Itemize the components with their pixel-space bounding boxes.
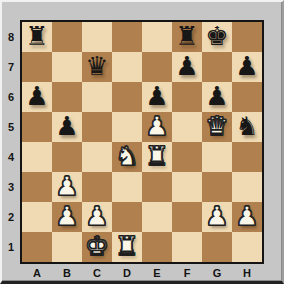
square-f4[interactable] xyxy=(172,142,202,172)
square-b7[interactable] xyxy=(52,52,82,82)
square-f2[interactable] xyxy=(172,202,202,232)
piece-black-pawn[interactable]: ♟ xyxy=(52,112,82,142)
square-c7[interactable]: ♛ xyxy=(82,52,112,82)
square-d6[interactable] xyxy=(112,82,142,112)
square-e5[interactable]: ♟ xyxy=(142,112,172,142)
file-label-b: B xyxy=(52,266,82,282)
rank-label-5: 5 xyxy=(2,112,20,142)
square-a8[interactable]: ♜ xyxy=(22,22,52,52)
square-h7[interactable]: ♟ xyxy=(232,52,262,82)
square-d5[interactable] xyxy=(112,112,142,142)
rank-label-3: 3 xyxy=(2,172,20,202)
piece-black-pawn[interactable]: ♟ xyxy=(22,82,52,112)
square-g4[interactable] xyxy=(202,142,232,172)
square-f1[interactable] xyxy=(172,232,202,262)
file-label-d: D xyxy=(112,266,142,282)
piece-black-queen[interactable]: ♛ xyxy=(82,52,112,82)
square-h4[interactable] xyxy=(232,142,262,172)
square-g1[interactable] xyxy=(202,232,232,262)
square-g2[interactable]: ♟ xyxy=(202,202,232,232)
piece-black-rook[interactable]: ♜ xyxy=(22,22,52,52)
square-g8[interactable]: ♚ xyxy=(202,22,232,52)
file-label-a: A xyxy=(22,266,52,282)
square-c3[interactable] xyxy=(82,172,112,202)
square-e3[interactable] xyxy=(142,172,172,202)
square-f3[interactable] xyxy=(172,172,202,202)
square-a7[interactable] xyxy=(22,52,52,82)
piece-black-pawn[interactable]: ♟ xyxy=(202,82,232,112)
square-b1[interactable] xyxy=(52,232,82,262)
square-d3[interactable] xyxy=(112,172,142,202)
square-a6[interactable]: ♟ xyxy=(22,82,52,112)
piece-black-pawn[interactable]: ♟ xyxy=(142,82,172,112)
square-h2[interactable]: ♟ xyxy=(232,202,262,232)
square-d1[interactable]: ♜ xyxy=(112,232,142,262)
square-a1[interactable] xyxy=(22,232,52,262)
piece-white-pawn[interactable]: ♟ xyxy=(142,112,172,142)
square-h3[interactable] xyxy=(232,172,262,202)
square-h6[interactable] xyxy=(232,82,262,112)
file-label-f: F xyxy=(172,266,202,282)
piece-black-pawn[interactable]: ♟ xyxy=(172,52,202,82)
square-g3[interactable] xyxy=(202,172,232,202)
square-c6[interactable] xyxy=(82,82,112,112)
square-a2[interactable] xyxy=(22,202,52,232)
piece-white-pawn[interactable]: ♟ xyxy=(52,202,82,232)
square-b8[interactable] xyxy=(52,22,82,52)
file-label-g: G xyxy=(202,266,232,282)
rank-label-4: 4 xyxy=(2,142,20,172)
piece-white-pawn[interactable]: ♟ xyxy=(52,172,82,202)
square-c2[interactable]: ♟ xyxy=(82,202,112,232)
piece-white-knight[interactable]: ♞ xyxy=(112,142,142,172)
square-f6[interactable] xyxy=(172,82,202,112)
square-a3[interactable] xyxy=(22,172,52,202)
rank-label-6: 6 xyxy=(2,82,20,112)
square-c8[interactable] xyxy=(82,22,112,52)
square-e7[interactable] xyxy=(142,52,172,82)
square-e8[interactable] xyxy=(142,22,172,52)
piece-black-king[interactable]: ♚ xyxy=(202,22,232,52)
rank-label-8: 8 xyxy=(2,22,20,52)
square-d7[interactable] xyxy=(112,52,142,82)
square-e6[interactable]: ♟ xyxy=(142,82,172,112)
square-e2[interactable] xyxy=(142,202,172,232)
square-b3[interactable]: ♟ xyxy=(52,172,82,202)
square-e1[interactable] xyxy=(142,232,172,262)
square-c1[interactable]: ♚ xyxy=(82,232,112,262)
square-b4[interactable] xyxy=(52,142,82,172)
square-d2[interactable] xyxy=(112,202,142,232)
square-f8[interactable]: ♜ xyxy=(172,22,202,52)
square-f5[interactable] xyxy=(172,112,202,142)
square-b2[interactable]: ♟ xyxy=(52,202,82,232)
piece-white-king[interactable]: ♚ xyxy=(82,232,112,262)
piece-white-queen[interactable]: ♛ xyxy=(202,112,232,142)
square-d8[interactable] xyxy=(112,22,142,52)
square-h8[interactable] xyxy=(232,22,262,52)
piece-white-rook[interactable]: ♜ xyxy=(112,232,142,262)
square-b6[interactable] xyxy=(52,82,82,112)
board-frame: 87654321 ♜♜♚♛♟♟♟♟♟♟♟♛♞♞♜♟♟♟♟♟♚♜ ABCDEFGH xyxy=(0,0,284,284)
rank-label-2: 2 xyxy=(2,202,20,232)
square-g6[interactable]: ♟ xyxy=(202,82,232,112)
piece-white-pawn[interactable]: ♟ xyxy=(202,202,232,232)
square-h5[interactable]: ♞ xyxy=(232,112,262,142)
chess-board: ♜♜♚♛♟♟♟♟♟♟♟♛♞♞♜♟♟♟♟♟♚♜ xyxy=(20,20,264,264)
square-b5[interactable]: ♟ xyxy=(52,112,82,142)
square-f7[interactable]: ♟ xyxy=(172,52,202,82)
piece-white-pawn[interactable]: ♟ xyxy=(82,202,112,232)
piece-white-pawn[interactable]: ♟ xyxy=(232,202,262,232)
square-a5[interactable] xyxy=(22,112,52,142)
rank-label-1: 1 xyxy=(2,232,20,262)
rank-label-7: 7 xyxy=(2,52,20,82)
piece-black-rook[interactable]: ♜ xyxy=(172,22,202,52)
square-c4[interactable] xyxy=(82,142,112,172)
file-label-e: E xyxy=(142,266,172,282)
piece-black-pawn[interactable]: ♟ xyxy=(232,52,262,82)
piece-white-rook[interactable]: ♜ xyxy=(142,142,172,172)
square-g5[interactable]: ♛ xyxy=(202,112,232,142)
piece-black-knight[interactable]: ♞ xyxy=(232,112,262,142)
square-c5[interactable] xyxy=(82,112,112,142)
square-a4[interactable] xyxy=(22,142,52,172)
square-e4[interactable]: ♜ xyxy=(142,142,172,172)
file-label-c: C xyxy=(82,266,112,282)
square-g7[interactable] xyxy=(202,52,232,82)
square-h1[interactable] xyxy=(232,232,262,262)
square-d4[interactable]: ♞ xyxy=(112,142,142,172)
file-label-h: H xyxy=(232,266,262,282)
